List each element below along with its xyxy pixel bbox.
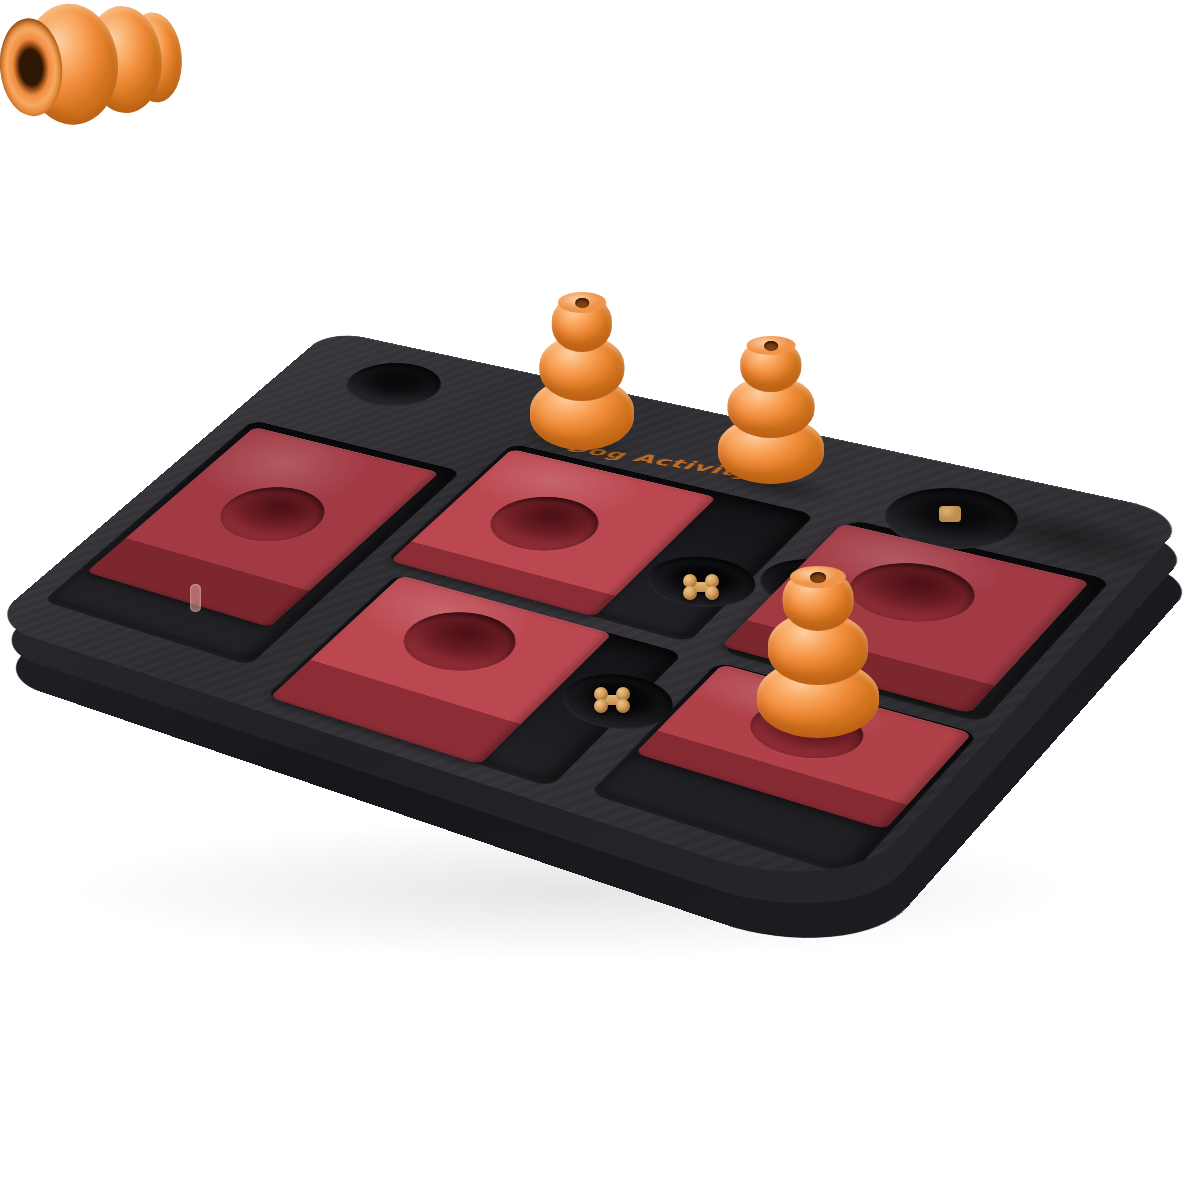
slider-recess [472,488,618,560]
slider-recess [200,478,343,550]
bone-knob-2[interactable] [594,686,630,714]
treat-piece[interactable] [939,506,961,522]
bone-lobe [683,586,697,600]
bone-knob-1[interactable] [683,573,719,601]
cone-lying[interactable] [0,0,187,136]
product-photo-scene: Dog Activity® [0,0,1200,1200]
bone-lobe [705,586,719,600]
cone-top-hole-icon [575,298,589,308]
bowl-top-left [330,356,457,414]
bone-lobe [594,699,608,713]
pin-peg[interactable] [190,584,201,612]
cone-standing-3[interactable] [757,566,879,738]
cone-top-hole-icon [810,572,826,583]
cone-standing-2[interactable] [718,336,824,484]
cone-top-hole-icon [764,341,778,351]
slider-recess [384,602,536,681]
cone-standing-1[interactable] [530,292,634,450]
bone-lobe [616,699,630,713]
